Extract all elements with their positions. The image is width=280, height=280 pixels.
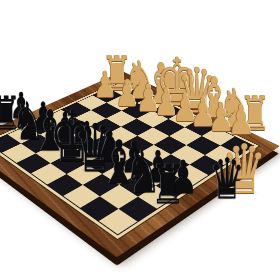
photo-stage: ♜♞♝♚♛♝♞♜♟♟♟♟♟♟♟♟♜♞♝♚♛♝♞♜♟♟♟♟♟♟♟♟♛♛ [0,0,280,280]
pieces-layer: ♜♞♝♚♛♝♞♜♟♟♟♟♟♟♟♟♜♞♝♚♛♝♞♜♟♟♟♟♟♟♟♟♛♛ [0,0,280,280]
piece-black-queen-spare[interactable]: ♛ [209,151,245,207]
piece-black-rook-a8[interactable]: ♜ [151,158,186,212]
piece-white-pawn-h2[interactable]: ♟ [93,67,116,103]
